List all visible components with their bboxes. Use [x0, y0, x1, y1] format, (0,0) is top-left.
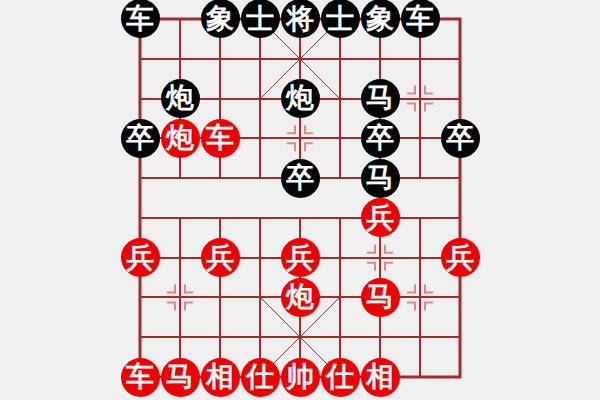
xiangqi-board: 车象士将士象车炮炮马卒炮车卒卒卒马兵兵兵兵兵炮马车马相仕帅仕相: [0, 0, 600, 400]
black-soldier[interactable]: 卒: [361, 119, 400, 158]
red-horse[interactable]: 马: [361, 278, 400, 317]
red-soldier[interactable]: 兵: [201, 238, 240, 277]
red-soldier[interactable]: 兵: [361, 198, 400, 237]
red-cannon[interactable]: 炮: [161, 119, 200, 158]
black-cannon[interactable]: 炮: [161, 79, 200, 118]
red-elephant[interactable]: 相: [361, 358, 400, 397]
black-elephant[interactable]: 象: [201, 0, 240, 38]
red-elephant[interactable]: 相: [201, 358, 240, 397]
red-chariot[interactable]: 车: [121, 358, 160, 397]
red-soldier[interactable]: 兵: [121, 238, 160, 277]
black-chariot[interactable]: 车: [401, 0, 440, 38]
black-horse[interactable]: 马: [361, 159, 400, 198]
black-soldier[interactable]: 卒: [441, 119, 480, 158]
black-advisor[interactable]: 士: [321, 0, 360, 38]
black-advisor[interactable]: 士: [241, 0, 280, 38]
black-cannon[interactable]: 炮: [281, 79, 320, 118]
red-soldier[interactable]: 兵: [281, 238, 320, 277]
red-soldier[interactable]: 兵: [441, 238, 480, 277]
black-chariot[interactable]: 车: [121, 0, 160, 38]
red-advisor[interactable]: 仕: [241, 358, 280, 397]
black-elephant[interactable]: 象: [361, 0, 400, 38]
red-cannon[interactable]: 炮: [281, 278, 320, 317]
black-horse[interactable]: 马: [361, 79, 400, 118]
red-advisor[interactable]: 仕: [321, 358, 360, 397]
black-soldier[interactable]: 卒: [121, 119, 160, 158]
red-horse[interactable]: 马: [161, 358, 200, 397]
red-chariot[interactable]: 车: [201, 119, 240, 158]
black-soldier[interactable]: 卒: [281, 159, 320, 198]
piece-layer: 车象士将士象车炮炮马卒炮车卒卒卒马兵兵兵兵兵炮马车马相仕帅仕相: [120, 0, 480, 397]
red-general[interactable]: 帅: [281, 358, 320, 397]
black-general[interactable]: 将: [281, 0, 320, 38]
